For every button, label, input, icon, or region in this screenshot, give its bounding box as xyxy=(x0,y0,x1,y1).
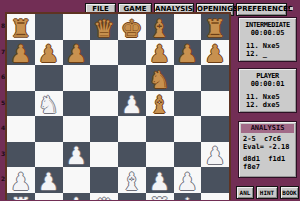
square-h7[interactable]: ♟ xyxy=(201,40,229,66)
anl-button[interactable]: ANL xyxy=(236,186,254,199)
square-d3[interactable] xyxy=(90,142,118,168)
square-e8[interactable]: ♚ xyxy=(118,14,146,40)
square-d6[interactable] xyxy=(90,65,118,91)
square-a2[interactable]: ♟ xyxy=(7,167,35,193)
square-e2[interactable]: ♝ xyxy=(118,167,146,193)
white-king[interactable]: ♚ xyxy=(177,195,199,200)
square-c3[interactable]: ♟ xyxy=(63,142,91,168)
square-f7[interactable]: ♟ xyxy=(146,40,174,66)
white-rook[interactable]: ♜ xyxy=(149,195,171,200)
intermediate-clock: 00:00:05 xyxy=(239,29,296,37)
analysis-line-4: f8e7 xyxy=(243,163,296,171)
chess-board-frame: ♜♛♚♝♜♟♟♟♟♟♟♞♞♟♝♟♟♟♟♝♟♟♜♝♛♜♚ xyxy=(5,12,231,200)
square-e5[interactable]: ♟ xyxy=(118,91,146,117)
white-pawn[interactable]: ♟ xyxy=(10,170,32,194)
square-e1[interactable] xyxy=(118,193,146,201)
analysis-line-3: d8d1 f1d1 xyxy=(243,155,296,163)
square-b2[interactable]: ♟ xyxy=(35,167,63,193)
black-pawn[interactable]: ♟ xyxy=(66,42,88,66)
square-b6[interactable] xyxy=(35,65,63,91)
white-pawn[interactable]: ♟ xyxy=(149,170,171,194)
rank-label-2: 2 xyxy=(1,175,5,182)
black-pawn[interactable]: ♟ xyxy=(149,42,171,66)
white-knight[interactable]: ♞ xyxy=(38,93,60,117)
square-g2[interactable]: ♟ xyxy=(174,167,202,193)
rank-label-8: 8 xyxy=(1,22,5,29)
square-d5[interactable] xyxy=(90,91,118,117)
square-a4[interactable] xyxy=(7,116,35,142)
analysis-title: ANALYSIS xyxy=(241,124,294,133)
intermediate-move-0: 11. Nxe5 xyxy=(246,42,296,50)
intermediate-title: INTERMEDIATE xyxy=(239,21,296,29)
square-e3[interactable] xyxy=(118,142,146,168)
square-b7[interactable]: ♟ xyxy=(35,40,63,66)
black-pawn[interactable]: ♟ xyxy=(177,42,199,66)
square-h8[interactable]: ♜ xyxy=(201,14,229,40)
square-d1[interactable]: ♛ xyxy=(90,193,118,201)
square-b5[interactable]: ♞ xyxy=(35,91,63,117)
black-pawn[interactable]: ♟ xyxy=(204,42,226,66)
black-pawn[interactable]: ♟ xyxy=(10,42,32,66)
white-rook[interactable]: ♜ xyxy=(10,195,32,200)
rank-label-7: 7 xyxy=(1,48,5,55)
square-f6[interactable]: ♞ xyxy=(146,65,174,91)
intermediate-panel: INTERMEDIATE 00:00:05 11. Nxe512. _ xyxy=(238,17,297,62)
black-rook[interactable]: ♜ xyxy=(204,17,226,41)
player-clock: 00:00:01 xyxy=(239,80,296,88)
square-f1[interactable]: ♜ xyxy=(146,193,174,201)
square-h1[interactable] xyxy=(201,193,229,201)
rank-label-3: 3 xyxy=(1,150,5,157)
square-g6[interactable] xyxy=(174,65,202,91)
square-f4[interactable] xyxy=(146,116,174,142)
square-e6[interactable] xyxy=(118,65,146,91)
player-move-1: 12. dxe5 xyxy=(246,101,296,109)
square-c6[interactable] xyxy=(63,65,91,91)
square-a5[interactable] xyxy=(7,91,35,117)
book-button[interactable]: BOOK xyxy=(280,186,299,199)
square-g1[interactable]: ♚ xyxy=(174,193,202,201)
square-f2[interactable]: ♟ xyxy=(146,167,174,193)
square-c4[interactable] xyxy=(63,116,91,142)
square-h6[interactable] xyxy=(201,65,229,91)
rank-label-4: 4 xyxy=(1,124,5,131)
black-rook[interactable]: ♜ xyxy=(10,17,32,41)
square-c1[interactable]: ♝ xyxy=(63,193,91,201)
square-a1[interactable]: ♜ xyxy=(7,193,35,201)
square-b3[interactable] xyxy=(35,142,63,168)
square-c2[interactable] xyxy=(63,167,91,193)
chess-board: ♜♛♚♝♜♟♟♟♟♟♟♞♞♟♝♟♟♟♟♝♟♟♜♝♛♜♚ xyxy=(7,14,229,200)
square-h4[interactable] xyxy=(201,116,229,142)
white-bishop[interactable]: ♝ xyxy=(121,170,143,194)
square-a8[interactable]: ♜ xyxy=(7,14,35,40)
analysis-panel: ANALYSIS 2-5 c7c6Eval= -2.18d8d1 f1d1f8e… xyxy=(238,121,297,178)
square-a6[interactable] xyxy=(7,65,35,91)
square-e4[interactable] xyxy=(118,116,146,142)
square-c8[interactable] xyxy=(63,14,91,40)
square-b4[interactable] xyxy=(35,116,63,142)
player-panel: PLAYER 00:00:01 11. Nxe512. dxe5 xyxy=(238,68,297,113)
square-f8[interactable]: ♝ xyxy=(146,14,174,40)
white-pawn[interactable]: ♟ xyxy=(177,170,199,194)
black-knight[interactable]: ♞ xyxy=(149,68,171,92)
square-h3[interactable]: ♟ xyxy=(201,142,229,168)
black-king[interactable]: ♚ xyxy=(121,17,143,41)
square-b1[interactable] xyxy=(35,193,63,201)
white-bishop[interactable]: ♝ xyxy=(66,195,88,200)
square-d8[interactable]: ♛ xyxy=(90,14,118,40)
white-pawn[interactable]: ♟ xyxy=(38,170,60,194)
analysis-line-1: Eval= -2.18 xyxy=(243,143,296,151)
white-pawn[interactable]: ♟ xyxy=(121,93,143,117)
white-queen[interactable]: ♛ xyxy=(93,195,115,200)
analysis-line-0: 2-5 c7c6 xyxy=(243,135,296,143)
rank-label-5: 5 xyxy=(1,99,5,106)
square-c5[interactable] xyxy=(63,91,91,117)
square-d7[interactable] xyxy=(90,40,118,66)
black-pawn[interactable]: ♟ xyxy=(38,42,60,66)
square-g3[interactable] xyxy=(174,142,202,168)
square-h5[interactable] xyxy=(201,91,229,117)
rank-label-6: 6 xyxy=(1,73,5,80)
black-queen[interactable]: ♛ xyxy=(93,17,115,41)
square-f3[interactable] xyxy=(146,142,174,168)
square-g4[interactable] xyxy=(174,116,202,142)
square-h2[interactable] xyxy=(201,167,229,193)
menu-preferences[interactable]: PREFERENCES xyxy=(236,3,287,16)
square-d4[interactable] xyxy=(90,116,118,142)
square-d2[interactable] xyxy=(90,167,118,193)
black-bishop[interactable]: ♝ xyxy=(149,17,171,41)
square-f5[interactable]: ♝ xyxy=(146,91,174,117)
square-b8[interactable] xyxy=(35,14,63,40)
white-pawn[interactable]: ♟ xyxy=(204,144,226,168)
player-title: PLAYER xyxy=(239,72,296,80)
white-pawn[interactable]: ♟ xyxy=(66,144,88,168)
square-a3[interactable] xyxy=(7,142,35,168)
intermediate-move-1: 12. _ xyxy=(246,50,296,58)
hint-button[interactable]: HINT xyxy=(256,186,278,199)
player-move-0: 11. Nxe5 xyxy=(246,93,296,101)
corner-dot-icon xyxy=(290,7,293,10)
square-g5[interactable] xyxy=(174,91,202,117)
square-a7[interactable]: ♟ xyxy=(7,40,35,66)
black-bishop[interactable]: ♝ xyxy=(149,93,171,117)
square-c7[interactable]: ♟ xyxy=(63,40,91,66)
square-e7[interactable] xyxy=(118,40,146,66)
square-g8[interactable] xyxy=(174,14,202,40)
square-g7[interactable]: ♟ xyxy=(174,40,202,66)
